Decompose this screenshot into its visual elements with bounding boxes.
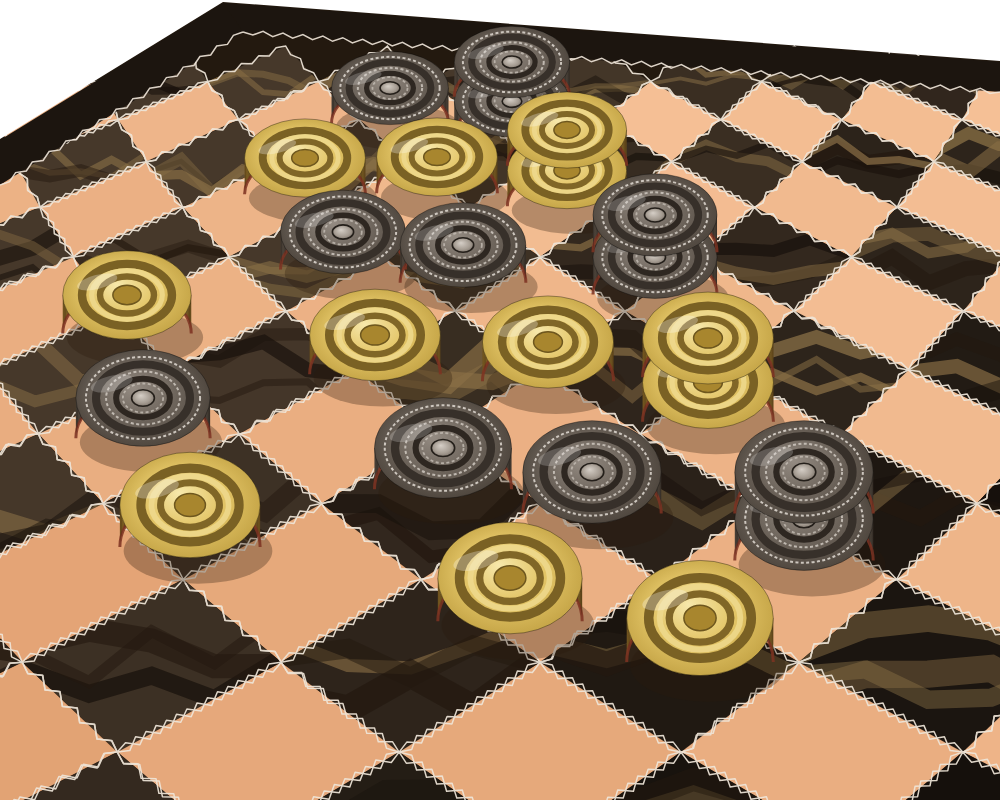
checker-piece-silver-stack[interactable] bbox=[735, 421, 886, 597]
checkers-board bbox=[0, 0, 1000, 800]
board-photo-scene bbox=[0, 0, 1000, 800]
